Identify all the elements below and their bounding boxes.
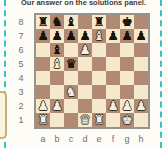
right-dashed-border <box>160 0 162 148</box>
square-a4[interactable] <box>36 71 50 85</box>
square-h1[interactable] <box>134 113 148 127</box>
file-label-b: b <box>50 133 64 145</box>
square-g4[interactable] <box>120 71 134 85</box>
piece-black-pawn: ♟ <box>121 29 132 43</box>
file-labels: abcdefgh <box>36 133 148 145</box>
file-label-h: h <box>134 133 148 145</box>
rank-label-2: 2 <box>14 99 28 113</box>
square-e2[interactable] <box>92 99 106 113</box>
square-g3[interactable] <box>120 85 134 99</box>
piece-black-pawn: ♟ <box>135 29 146 43</box>
square-h3[interactable] <box>134 85 148 99</box>
rank-label-7: 7 <box>14 29 28 43</box>
piece-black-rook: ♜ <box>93 15 104 29</box>
square-e1[interactable]: ♜ <box>92 113 106 127</box>
piece-black-bishop: ♝ <box>51 43 62 57</box>
piece-white-rook: ♜ <box>93 113 104 127</box>
square-b7[interactable]: ♟ <box>50 29 64 43</box>
square-d7[interactable]: ♟ <box>78 29 92 43</box>
piece-white-bishop: ♝ <box>51 57 62 71</box>
square-a5[interactable] <box>36 57 50 71</box>
piece-white-pawn: ♟ <box>51 99 62 113</box>
piece-white-king: ♚ <box>121 113 132 127</box>
square-g6[interactable] <box>120 43 134 57</box>
rank-labels: 87654321 <box>14 15 28 127</box>
solutions-title: Our answer on the solutions panel. <box>0 0 167 8</box>
square-d2[interactable] <box>78 99 92 113</box>
square-f8[interactable] <box>106 15 120 29</box>
rank-label-8: 8 <box>14 15 28 29</box>
file-label-e: e <box>92 133 106 145</box>
square-f1[interactable] <box>106 113 120 127</box>
rank-label-3: 3 <box>14 85 28 99</box>
piece-black-knight: ♞ <box>51 15 62 29</box>
piece-black-pawn: ♟ <box>65 29 76 43</box>
file-label-a: a <box>36 133 50 145</box>
piece-white-pawn: ♟ <box>37 99 48 113</box>
square-f2[interactable]: ♟ <box>106 99 120 113</box>
piece-white-pawn: ♟ <box>107 99 118 113</box>
square-f7[interactable]: ♟ <box>106 29 120 43</box>
square-f6[interactable] <box>106 43 120 57</box>
square-e5[interactable] <box>92 57 106 71</box>
square-b1[interactable] <box>50 113 64 127</box>
square-f5[interactable] <box>106 57 120 71</box>
file-label-c: c <box>64 133 78 145</box>
adjacent-panel-corner <box>0 91 7 139</box>
square-h6[interactable] <box>134 43 148 57</box>
square-c2[interactable] <box>64 99 78 113</box>
piece-white-bishop: ♝ <box>93 29 104 43</box>
piece-black-bishop: ♝ <box>65 15 76 29</box>
rank-label-4: 4 <box>14 71 28 85</box>
square-e4[interactable] <box>92 71 106 85</box>
piece-white-queen: ♛ <box>79 113 90 127</box>
rank-label-6: 6 <box>14 43 28 57</box>
square-c7[interactable]: ♟ <box>64 29 78 43</box>
square-e7[interactable]: ♝ <box>92 29 106 43</box>
piece-black-rook: ♜ <box>37 15 48 29</box>
file-label-d: d <box>78 133 92 145</box>
square-c3[interactable]: ♞ <box>64 85 78 99</box>
chess-board: ♜♞♝♜♚♟♟♟♟♝♟♟♟♝♟♝♛♞♟♟♟♟♟♜♛♜♚ <box>34 13 150 129</box>
square-h8[interactable] <box>134 15 148 29</box>
square-g1[interactable]: ♚ <box>120 113 134 127</box>
square-d1[interactable]: ♛ <box>78 113 92 127</box>
square-a2[interactable]: ♟ <box>36 99 50 113</box>
square-a3[interactable] <box>36 85 50 99</box>
square-h7[interactable]: ♟ <box>134 29 148 43</box>
square-a6[interactable] <box>36 43 50 57</box>
square-c8[interactable]: ♝ <box>64 15 78 29</box>
square-c4[interactable] <box>64 71 78 85</box>
piece-black-pawn: ♟ <box>37 29 48 43</box>
square-d8[interactable] <box>78 15 92 29</box>
piece-white-pawn: ♟ <box>135 99 146 113</box>
piece-white-pawn: ♟ <box>79 43 90 57</box>
square-d6[interactable]: ♟ <box>78 43 92 57</box>
square-b2[interactable]: ♟ <box>50 99 64 113</box>
piece-black-king: ♚ <box>121 15 132 29</box>
square-b5[interactable]: ♝ <box>50 57 64 71</box>
square-e3[interactable] <box>92 85 106 99</box>
square-g8[interactable]: ♚ <box>120 15 134 29</box>
file-label-g: g <box>120 133 134 145</box>
piece-black-pawn: ♟ <box>79 29 90 43</box>
square-b3[interactable] <box>50 85 64 99</box>
square-b6[interactable]: ♝ <box>50 43 64 57</box>
square-h4[interactable] <box>134 71 148 85</box>
square-a8[interactable]: ♜ <box>36 15 50 29</box>
square-h2[interactable]: ♟ <box>134 99 148 113</box>
square-g2[interactable]: ♟ <box>120 99 134 113</box>
piece-white-rook: ♜ <box>37 113 48 127</box>
rank-label-1: 1 <box>14 113 28 127</box>
square-c1[interactable] <box>64 113 78 127</box>
piece-white-knight: ♞ <box>65 85 76 99</box>
piece-black-pawn: ♟ <box>51 29 62 43</box>
file-label-f: f <box>106 133 120 145</box>
square-c5[interactable]: ♛ <box>64 57 78 71</box>
square-g7[interactable]: ♟ <box>120 29 134 43</box>
piece-black-pawn: ♟ <box>107 29 118 43</box>
solutions-panel: Our answer on the solutions panel. 87654… <box>0 0 167 148</box>
square-a1[interactable]: ♜ <box>36 113 50 127</box>
square-d3[interactable] <box>78 85 92 99</box>
square-h5[interactable] <box>134 57 148 71</box>
square-b8[interactable]: ♞ <box>50 15 64 29</box>
piece-black-queen: ♛ <box>65 57 76 71</box>
square-d5[interactable] <box>78 57 92 71</box>
square-d4[interactable] <box>78 71 92 85</box>
square-b4[interactable] <box>50 71 64 85</box>
piece-white-pawn: ♟ <box>121 99 132 113</box>
square-c6[interactable] <box>64 43 78 57</box>
square-g5[interactable] <box>120 57 134 71</box>
square-a7[interactable]: ♟ <box>36 29 50 43</box>
square-f3[interactable] <box>106 85 120 99</box>
square-e8[interactable]: ♜ <box>92 15 106 29</box>
square-e6[interactable] <box>92 43 106 57</box>
square-f4[interactable] <box>106 71 120 85</box>
rank-label-5: 5 <box>14 57 28 71</box>
